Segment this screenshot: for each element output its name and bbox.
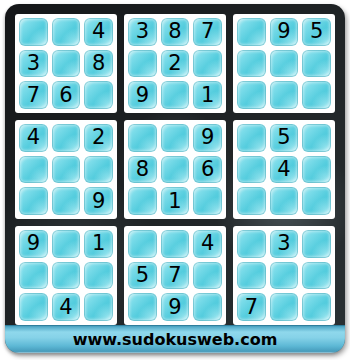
cell-r7c8: 3 — [270, 230, 299, 258]
block-1-2: 387291 — [124, 14, 226, 113]
cell-r1c3: 4 — [84, 18, 113, 46]
cell-r7c3: 1 — [84, 230, 113, 258]
cell-r6c8[interactable] — [270, 187, 299, 215]
cell-r5c4: 8 — [128, 156, 157, 184]
block-1-3: 95 — [233, 14, 335, 113]
cell-r9c3[interactable] — [84, 293, 113, 321]
cell-r2c3: 8 — [84, 50, 113, 78]
cell-r2c1: 3 — [19, 50, 48, 78]
cell-r6c3: 9 — [84, 187, 113, 215]
cell-r6c6[interactable] — [193, 187, 222, 215]
cell-r9c2: 4 — [52, 293, 81, 321]
cell-r4c9[interactable] — [302, 124, 331, 152]
cell-r6c1[interactable] — [19, 187, 48, 215]
cell-r3c3[interactable] — [84, 81, 113, 109]
cell-r5c9[interactable] — [302, 156, 331, 184]
cell-r5c6: 6 — [193, 156, 222, 184]
cell-r4c2[interactable] — [52, 124, 81, 152]
cell-r4c5[interactable] — [161, 124, 190, 152]
cell-r1c8: 9 — [270, 18, 299, 46]
cell-r2c9[interactable] — [302, 50, 331, 78]
block-2-3: 54 — [233, 120, 335, 219]
cell-r9c8[interactable] — [270, 293, 299, 321]
cell-r3c7[interactable] — [237, 81, 266, 109]
cell-r4c7[interactable] — [237, 124, 266, 152]
cell-r1c5: 8 — [161, 18, 190, 46]
cell-r5c8: 4 — [270, 156, 299, 184]
cell-r1c7[interactable] — [237, 18, 266, 46]
cell-r8c1[interactable] — [19, 262, 48, 290]
cell-r5c1[interactable] — [19, 156, 48, 184]
cell-r5c2[interactable] — [52, 156, 81, 184]
cell-r3c9[interactable] — [302, 81, 331, 109]
block-3-3: 37 — [233, 226, 335, 325]
cell-r1c1[interactable] — [19, 18, 48, 46]
cell-r9c5: 9 — [161, 293, 190, 321]
cell-r8c9[interactable] — [302, 262, 331, 290]
cell-r4c8: 5 — [270, 124, 299, 152]
cell-r2c5: 2 — [161, 50, 190, 78]
cell-r6c5: 1 — [161, 187, 190, 215]
block-3-1: 914 — [15, 226, 117, 325]
cell-r1c2[interactable] — [52, 18, 81, 46]
cell-r5c7[interactable] — [237, 156, 266, 184]
cell-r6c9[interactable] — [302, 187, 331, 215]
sudoku-board: 4387638729195429986154914457937 — [15, 14, 335, 325]
cell-r7c7[interactable] — [237, 230, 266, 258]
block-1-1: 43876 — [15, 14, 117, 113]
cell-r7c4[interactable] — [128, 230, 157, 258]
cell-r3c5[interactable] — [161, 81, 190, 109]
cell-r9c1[interactable] — [19, 293, 48, 321]
cell-r8c7[interactable] — [237, 262, 266, 290]
cell-r9c6[interactable] — [193, 293, 222, 321]
cell-r9c9[interactable] — [302, 293, 331, 321]
cell-r5c3[interactable] — [84, 156, 113, 184]
board-frame: 4387638729195429986154914457937 www.sudo… — [5, 4, 345, 353]
cell-r6c7[interactable] — [237, 187, 266, 215]
cell-r1c6: 7 — [193, 18, 222, 46]
cell-r2c4[interactable] — [128, 50, 157, 78]
cell-r1c4: 3 — [128, 18, 157, 46]
cell-r3c2: 6 — [52, 81, 81, 109]
cell-r2c8[interactable] — [270, 50, 299, 78]
cell-r4c3: 2 — [84, 124, 113, 152]
cell-r9c7: 7 — [237, 293, 266, 321]
cell-r7c5[interactable] — [161, 230, 190, 258]
cell-r2c6[interactable] — [193, 50, 222, 78]
cell-r8c6[interactable] — [193, 262, 222, 290]
block-3-2: 4579 — [124, 226, 226, 325]
cell-r8c4: 5 — [128, 262, 157, 290]
cell-r8c8[interactable] — [270, 262, 299, 290]
cell-r4c6: 9 — [193, 124, 222, 152]
cell-r7c2[interactable] — [52, 230, 81, 258]
cell-r7c1: 9 — [19, 230, 48, 258]
cell-r4c4[interactable] — [128, 124, 157, 152]
cell-r6c4[interactable] — [128, 187, 157, 215]
block-2-1: 429 — [15, 120, 117, 219]
cell-r3c1: 7 — [19, 81, 48, 109]
cell-r3c4: 9 — [128, 81, 157, 109]
cell-r2c2[interactable] — [52, 50, 81, 78]
cell-r7c6: 4 — [193, 230, 222, 258]
cell-r7c9[interactable] — [302, 230, 331, 258]
cell-r8c3[interactable] — [84, 262, 113, 290]
sudoku-puzzle-image: 4387638729195429986154914457937 www.sudo… — [0, 0, 350, 360]
cell-r9c4[interactable] — [128, 293, 157, 321]
cell-r6c2[interactable] — [52, 187, 81, 215]
website-url: www.sudokusweb.com — [73, 330, 278, 349]
cell-r8c5: 7 — [161, 262, 190, 290]
cell-r3c8[interactable] — [270, 81, 299, 109]
cell-r4c1: 4 — [19, 124, 48, 152]
cell-r5c5[interactable] — [161, 156, 190, 184]
cell-r8c2[interactable] — [52, 262, 81, 290]
block-2-2: 9861 — [124, 120, 226, 219]
cell-r3c6: 1 — [193, 81, 222, 109]
footer-band: www.sudokusweb.com — [5, 325, 345, 353]
cell-r1c9: 5 — [302, 18, 331, 46]
cell-r2c7[interactable] — [237, 50, 266, 78]
